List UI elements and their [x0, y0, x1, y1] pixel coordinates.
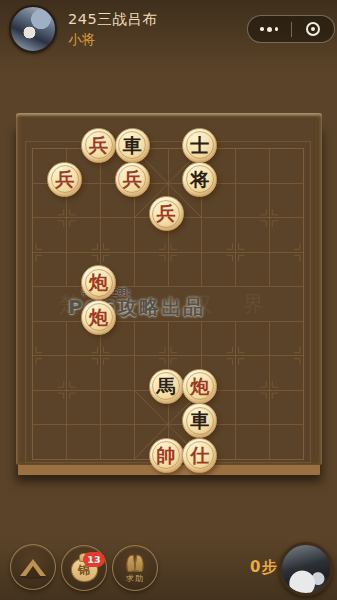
- move-counter: 0步: [250, 558, 277, 577]
- piece-red-兵[interactable]: 兵: [81, 128, 116, 163]
- help-label: 求助: [126, 573, 144, 584]
- piece-red-炮[interactable]: 炮: [182, 369, 217, 404]
- chevron-up-icon: [20, 559, 46, 576]
- grid-line: [269, 321, 270, 459]
- piece-black-将[interactable]: 将: [182, 162, 217, 197]
- xiangqi-board: 楚 河 汉 界 转载请注明: PC6攻略出品 兵車士兵兵将兵炮炮馬炮車帥仕: [16, 113, 322, 465]
- grid-line: [100, 321, 101, 459]
- miniprogram-capsule: [247, 15, 335, 43]
- piece-red-兵[interactable]: 兵: [47, 162, 82, 197]
- piece-red-兵[interactable]: 兵: [115, 162, 150, 197]
- grid-line: [235, 321, 236, 459]
- level-title: 245三战吕布: [68, 10, 157, 29]
- rank-label: 小将: [68, 31, 95, 49]
- close-icon: [306, 22, 320, 36]
- opponent-avatar[interactable]: [279, 542, 333, 596]
- piece-black-士[interactable]: 士: [182, 128, 217, 163]
- piece-red-炮[interactable]: 炮: [81, 300, 116, 335]
- grid-line: [134, 321, 135, 459]
- close-button[interactable]: [292, 16, 335, 42]
- grid-line: [235, 149, 236, 287]
- piece-red-兵[interactable]: 兵: [149, 196, 184, 231]
- more-button[interactable]: [248, 16, 291, 42]
- hint-bag-button[interactable]: 锦 13: [61, 545, 107, 591]
- collapse-button[interactable]: [10, 544, 56, 590]
- app-screen: { "game": "xiangqi", "position": { "fen"…: [0, 0, 337, 600]
- piece-red-帥[interactable]: 帥: [149, 438, 184, 473]
- piece-black-馬[interactable]: 馬: [149, 369, 184, 404]
- grid-line: [66, 321, 67, 459]
- player-avatar[interactable]: [9, 5, 57, 53]
- piece-black-車[interactable]: 車: [115, 128, 150, 163]
- help-button[interactable]: 求助: [112, 545, 158, 591]
- bag-count-badge: 13: [83, 552, 104, 567]
- brocade-bag-icon: 锦 13: [71, 558, 98, 582]
- grid-line: [269, 149, 270, 287]
- piece-red-仕[interactable]: 仕: [182, 438, 217, 473]
- praying-hands-icon: [126, 555, 144, 572]
